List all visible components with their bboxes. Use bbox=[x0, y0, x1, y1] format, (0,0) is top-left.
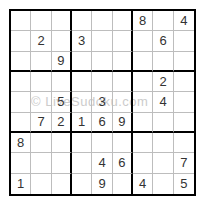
sudoku-cell[interactable] bbox=[92, 11, 112, 31]
cell-value: 2 bbox=[159, 75, 166, 88]
sudoku-cell[interactable] bbox=[113, 92, 133, 112]
sudoku-cell[interactable]: 1 bbox=[72, 113, 92, 133]
sudoku-cell[interactable] bbox=[133, 72, 153, 92]
sudoku-cell[interactable]: 4 bbox=[133, 174, 153, 194]
sudoku-cell[interactable] bbox=[11, 52, 31, 72]
sudoku-cell[interactable] bbox=[11, 11, 31, 31]
sudoku-cell[interactable] bbox=[52, 11, 72, 31]
cell-value: 5 bbox=[57, 95, 64, 108]
sudoku-cell[interactable]: 3 bbox=[92, 92, 112, 112]
sudoku-cell[interactable]: 7 bbox=[31, 113, 51, 133]
sudoku-cell[interactable]: 2 bbox=[31, 31, 51, 51]
sudoku-cell[interactable] bbox=[72, 133, 92, 153]
sudoku-cell[interactable] bbox=[174, 133, 194, 153]
sudoku-cell[interactable]: 5 bbox=[52, 92, 72, 112]
sudoku-cell[interactable] bbox=[133, 153, 153, 173]
sudoku-cell[interactable] bbox=[113, 31, 133, 51]
sudoku-cell[interactable] bbox=[92, 31, 112, 51]
sudoku-cell[interactable] bbox=[113, 133, 133, 153]
sudoku-board: © LiveSudoku.com 84236925347216984671945 bbox=[9, 9, 196, 196]
sudoku-cell[interactable]: 7 bbox=[174, 153, 194, 173]
cell-value: 9 bbox=[118, 115, 125, 128]
cell-value: 2 bbox=[37, 34, 44, 47]
sudoku-cell[interactable] bbox=[174, 72, 194, 92]
sudoku-cell[interactable] bbox=[31, 174, 51, 194]
cell-value: 4 bbox=[180, 14, 187, 27]
sudoku-cell[interactable] bbox=[11, 92, 31, 112]
cell-value: 4 bbox=[139, 177, 146, 190]
sudoku-cell[interactable] bbox=[31, 92, 51, 112]
cell-value: 3 bbox=[78, 34, 85, 47]
sudoku-cell[interactable] bbox=[113, 11, 133, 31]
sudoku-cell[interactable] bbox=[174, 52, 194, 72]
sudoku-cell[interactable] bbox=[52, 133, 72, 153]
cell-value: 3 bbox=[98, 95, 105, 108]
cell-value: 6 bbox=[118, 156, 125, 169]
cell-value: 5 bbox=[180, 177, 187, 190]
cell-value: 6 bbox=[98, 115, 105, 128]
sudoku-cell[interactable]: 9 bbox=[52, 52, 72, 72]
sudoku-cell[interactable] bbox=[11, 72, 31, 92]
cell-value: 2 bbox=[57, 115, 64, 128]
sudoku-cell[interactable] bbox=[72, 92, 92, 112]
sudoku-cell[interactable] bbox=[72, 52, 92, 72]
sudoku-cell[interactable]: 9 bbox=[92, 174, 112, 194]
sudoku-cell[interactable] bbox=[92, 133, 112, 153]
sudoku-cell[interactable] bbox=[52, 31, 72, 51]
sudoku-cell[interactable] bbox=[174, 92, 194, 112]
sudoku-cell[interactable] bbox=[133, 31, 153, 51]
sudoku-cell[interactable] bbox=[92, 52, 112, 72]
sudoku-cell[interactable] bbox=[133, 52, 153, 72]
cell-value: 7 bbox=[180, 156, 187, 169]
sudoku-cell[interactable]: 1 bbox=[11, 174, 31, 194]
sudoku-cell[interactable] bbox=[174, 31, 194, 51]
sudoku-cell[interactable] bbox=[113, 72, 133, 92]
sudoku-cell[interactable] bbox=[11, 31, 31, 51]
cell-value: 1 bbox=[17, 177, 24, 190]
sudoku-cell[interactable] bbox=[52, 153, 72, 173]
sudoku-cell[interactable]: 3 bbox=[72, 31, 92, 51]
sudoku-cell[interactable]: 9 bbox=[113, 113, 133, 133]
sudoku-page: © LiveSudoku.com 84236925347216984671945 bbox=[0, 0, 200, 200]
cell-value: 8 bbox=[17, 136, 24, 149]
sudoku-cell[interactable] bbox=[92, 72, 112, 92]
sudoku-cell[interactable]: 8 bbox=[133, 11, 153, 31]
cell-value: 1 bbox=[78, 115, 85, 128]
cell-value: 4 bbox=[159, 95, 166, 108]
sudoku-cell[interactable]: 2 bbox=[52, 113, 72, 133]
sudoku-cell[interactable] bbox=[153, 113, 173, 133]
sudoku-cell[interactable]: 4 bbox=[92, 153, 112, 173]
cell-value: 7 bbox=[37, 115, 44, 128]
cell-value: 8 bbox=[139, 14, 146, 27]
sudoku-cell[interactable] bbox=[153, 153, 173, 173]
sudoku-cell[interactable] bbox=[133, 113, 153, 133]
sudoku-cell[interactable] bbox=[72, 72, 92, 92]
sudoku-cell[interactable] bbox=[72, 11, 92, 31]
sudoku-cell[interactable] bbox=[31, 52, 51, 72]
cell-value: 9 bbox=[57, 54, 64, 67]
sudoku-cell[interactable] bbox=[153, 11, 173, 31]
sudoku-cell[interactable] bbox=[31, 72, 51, 92]
sudoku-cell[interactable]: 6 bbox=[92, 113, 112, 133]
sudoku-cell[interactable]: 6 bbox=[153, 31, 173, 51]
sudoku-cell[interactable] bbox=[31, 153, 51, 173]
sudoku-cell[interactable] bbox=[11, 153, 31, 173]
sudoku-cell[interactable] bbox=[113, 174, 133, 194]
sudoku-cell[interactable] bbox=[153, 52, 173, 72]
sudoku-cell[interactable]: 2 bbox=[153, 72, 173, 92]
cell-value: 6 bbox=[159, 34, 166, 47]
sudoku-cell[interactable] bbox=[153, 133, 173, 153]
sudoku-cell[interactable]: 5 bbox=[174, 174, 194, 194]
sudoku-cell[interactable] bbox=[52, 174, 72, 194]
sudoku-cell[interactable] bbox=[133, 133, 153, 153]
sudoku-cell[interactable]: 4 bbox=[153, 92, 173, 112]
cell-value: 4 bbox=[98, 156, 105, 169]
sudoku-cell[interactable] bbox=[113, 52, 133, 72]
sudoku-cell[interactable] bbox=[153, 174, 173, 194]
sudoku-cell[interactable] bbox=[72, 174, 92, 194]
sudoku-cell[interactable]: 4 bbox=[174, 11, 194, 31]
sudoku-cell[interactable] bbox=[72, 153, 92, 173]
sudoku-cell[interactable] bbox=[31, 133, 51, 153]
cell-value: 9 bbox=[98, 177, 105, 190]
sudoku-cell[interactable] bbox=[174, 113, 194, 133]
sudoku-cell[interactable] bbox=[11, 113, 31, 133]
sudoku-cell[interactable]: 8 bbox=[11, 133, 31, 153]
sudoku-cell[interactable] bbox=[52, 72, 72, 92]
sudoku-cell[interactable] bbox=[31, 11, 51, 31]
sudoku-cell[interactable] bbox=[133, 92, 153, 112]
sudoku-cell[interactable]: 6 bbox=[113, 153, 133, 173]
